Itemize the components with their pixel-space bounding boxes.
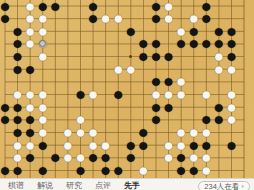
toolbar-tab-2[interactable]: 解说 [37, 181, 53, 190]
chevron-right-icon: › [241, 182, 244, 190]
go-app-screen: ●●●●●●●●●●●●●●●●●●●●●●●●●●●●●●●●●●●●●●●●… [0, 0, 254, 190]
go-board[interactable]: ●●●●●●●●●●●●●●●●●●●●●●●●●●●●●●●●●●●●●●●●… [0, 0, 254, 178]
viewers-pill-button[interactable]: 234人在看 › [198, 181, 250, 190]
toolbar-tab-4[interactable]: 点评 [95, 181, 111, 190]
toolbar-tab-1[interactable]: 棋谱 [8, 181, 24, 190]
board-grid [0, 0, 254, 178]
toolbar-tab-3[interactable]: 研究 [66, 181, 82, 190]
bottom-toolbar: 棋谱解说研究点评先手 234人在看 › [0, 178, 254, 190]
toolbar-tab-5[interactable]: 先手 [124, 181, 140, 190]
viewers-count-label: 234人在看 [204, 182, 239, 190]
